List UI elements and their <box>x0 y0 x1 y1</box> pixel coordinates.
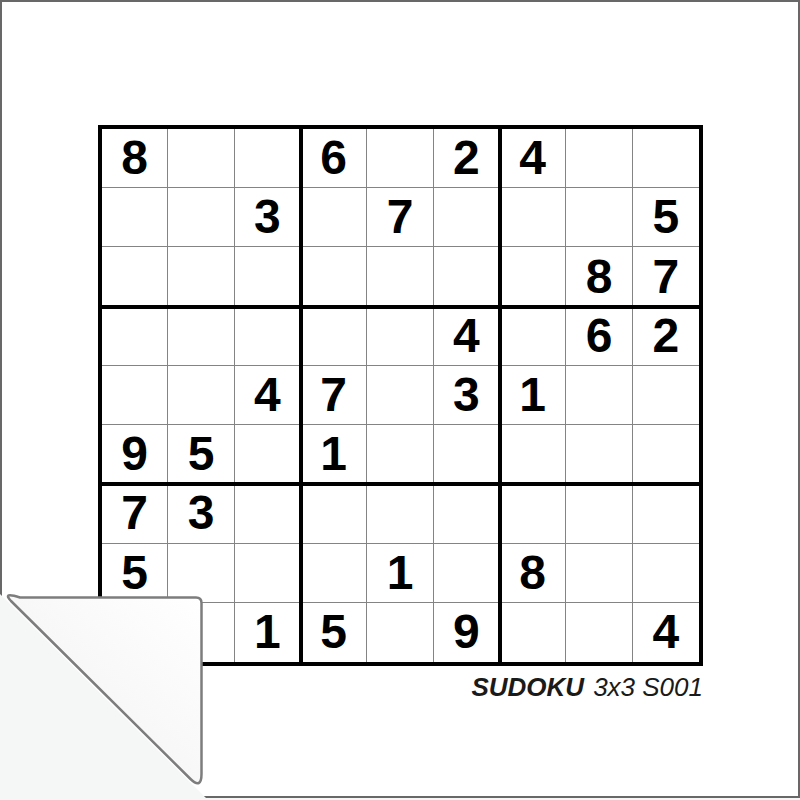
cell-r2c2[interactable] <box>168 188 234 247</box>
cell-r5c2[interactable] <box>168 366 234 425</box>
cell-r5c6[interactable]: 3 <box>434 366 500 425</box>
cell-r7c9[interactable] <box>633 484 699 543</box>
cell-r5c9[interactable] <box>633 366 699 425</box>
cell-r9c6[interactable]: 9 <box>434 603 500 662</box>
cell-r8c3[interactable] <box>235 544 301 603</box>
puzzle-caption-subtitle: 3x3 S001 <box>593 672 703 702</box>
cell-r7c5[interactable] <box>367 484 433 543</box>
cell-r6c5[interactable] <box>367 425 433 484</box>
cell-r7c2[interactable]: 3 <box>168 484 234 543</box>
cell-r1c6[interactable]: 2 <box>434 129 500 188</box>
cell-r8c5[interactable]: 1 <box>367 544 433 603</box>
cell-r4c5[interactable] <box>367 307 433 366</box>
cell-r3c5[interactable] <box>367 247 433 306</box>
cell-r2c6[interactable] <box>434 188 500 247</box>
cell-r1c1[interactable]: 8 <box>102 129 168 188</box>
cell-r7c6[interactable] <box>434 484 500 543</box>
box-divider-vertical-2 <box>498 129 502 662</box>
cell-r9c2[interactable] <box>168 603 234 662</box>
cell-r8c7[interactable]: 8 <box>500 544 566 603</box>
cell-r3c3[interactable] <box>235 247 301 306</box>
cell-r9c8[interactable] <box>566 603 632 662</box>
cell-r8c1[interactable]: 5 <box>102 544 168 603</box>
sudoku-grid: 8624375874624731951735181594 <box>98 125 703 666</box>
cell-r4c8[interactable]: 6 <box>566 307 632 366</box>
puzzle-sheet: 8624375874624731951735181594 SUDOKU3x3 S… <box>0 0 800 800</box>
cell-r8c4[interactable] <box>301 544 367 603</box>
cell-r4c7[interactable] <box>500 307 566 366</box>
cell-r1c9[interactable] <box>633 129 699 188</box>
cell-r1c4[interactable]: 6 <box>301 129 367 188</box>
cell-r3c9[interactable]: 7 <box>633 247 699 306</box>
cell-r6c6[interactable] <box>434 425 500 484</box>
cell-r4c1[interactable] <box>102 307 168 366</box>
cell-r1c5[interactable] <box>367 129 433 188</box>
cell-r9c7[interactable] <box>500 603 566 662</box>
cell-r4c2[interactable] <box>168 307 234 366</box>
cell-r7c7[interactable] <box>500 484 566 543</box>
cell-r4c6[interactable]: 4 <box>434 307 500 366</box>
cell-r9c1[interactable] <box>102 603 168 662</box>
cell-r7c4[interactable] <box>301 484 367 543</box>
cell-r3c8[interactable]: 8 <box>566 247 632 306</box>
cell-r5c7[interactable]: 1 <box>500 366 566 425</box>
cell-r6c1[interactable]: 9 <box>102 425 168 484</box>
puzzle-caption-title: SUDOKU <box>471 672 584 702</box>
cell-r1c2[interactable] <box>168 129 234 188</box>
cell-r2c4[interactable] <box>301 188 367 247</box>
cell-r9c4[interactable]: 5 <box>301 603 367 662</box>
cell-r8c6[interactable] <box>434 544 500 603</box>
cell-r5c3[interactable]: 4 <box>235 366 301 425</box>
cell-r5c5[interactable] <box>367 366 433 425</box>
box-divider-horizontal-1 <box>102 305 699 309</box>
cell-r8c8[interactable] <box>566 544 632 603</box>
cell-r3c2[interactable] <box>168 247 234 306</box>
cell-r6c2[interactable]: 5 <box>168 425 234 484</box>
cell-r6c8[interactable] <box>566 425 632 484</box>
cell-r2c1[interactable] <box>102 188 168 247</box>
cell-r1c3[interactable] <box>235 129 301 188</box>
cell-r2c5[interactable]: 7 <box>367 188 433 247</box>
cell-r4c4[interactable] <box>301 307 367 366</box>
cell-r6c3[interactable] <box>235 425 301 484</box>
cell-r2c3[interactable]: 3 <box>235 188 301 247</box>
box-divider-vertical-1 <box>299 129 303 662</box>
cell-r5c1[interactable] <box>102 366 168 425</box>
cell-r3c4[interactable] <box>301 247 367 306</box>
cell-r8c2[interactable] <box>168 544 234 603</box>
cell-r9c5[interactable] <box>367 603 433 662</box>
cell-r3c6[interactable] <box>434 247 500 306</box>
cell-r8c9[interactable] <box>633 544 699 603</box>
puzzle-caption: SUDOKU3x3 S001 <box>471 672 703 703</box>
cell-r5c4[interactable]: 7 <box>301 366 367 425</box>
cell-r2c7[interactable] <box>500 188 566 247</box>
cell-r2c8[interactable] <box>566 188 632 247</box>
cell-r3c1[interactable] <box>102 247 168 306</box>
cell-r1c8[interactable] <box>566 129 632 188</box>
cell-r7c3[interactable] <box>235 484 301 543</box>
cell-r6c4[interactable]: 1 <box>301 425 367 484</box>
cell-r6c9[interactable] <box>633 425 699 484</box>
cell-r7c1[interactable]: 7 <box>102 484 168 543</box>
cell-r3c7[interactable] <box>500 247 566 306</box>
cell-r1c7[interactable]: 4 <box>500 129 566 188</box>
cell-r7c8[interactable] <box>566 484 632 543</box>
cell-r5c8[interactable] <box>566 366 632 425</box>
cell-r2c9[interactable]: 5 <box>633 188 699 247</box>
cell-r9c3[interactable]: 1 <box>235 603 301 662</box>
cell-r6c7[interactable] <box>500 425 566 484</box>
cell-r4c3[interactable] <box>235 307 301 366</box>
cell-r9c9[interactable]: 4 <box>633 603 699 662</box>
box-divider-horizontal-2 <box>102 482 699 486</box>
cell-r4c9[interactable]: 2 <box>633 307 699 366</box>
